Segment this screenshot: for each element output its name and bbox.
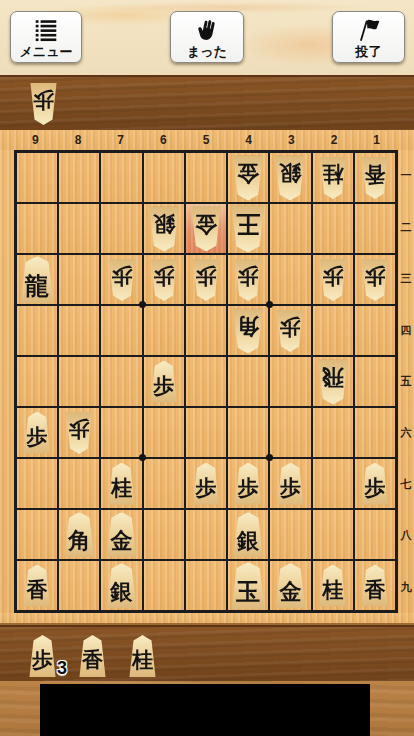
shogi-piece-gote[interactable]: 歩 — [276, 310, 305, 352]
shogi-piece-gote[interactable]: 歩 — [149, 259, 178, 301]
ad-banner[interactable] — [40, 684, 370, 736]
shogi-piece-sente[interactable]: 玉 — [230, 562, 267, 609]
piece-kanji: 香 — [82, 650, 103, 677]
board-square[interactable]: 金 — [101, 510, 141, 559]
board-square[interactable] — [313, 408, 353, 457]
file-label: 9 — [14, 130, 57, 150]
board-square[interactable] — [144, 510, 184, 559]
board-square[interactable]: 銀 — [270, 153, 310, 202]
bottom-wood-bar — [0, 681, 414, 736]
board-square[interactable]: 銀 — [101, 561, 141, 610]
board-square[interactable]: 桂 — [313, 153, 353, 202]
board-square[interactable]: 角 — [59, 510, 99, 559]
piece-kanji: 玉 — [236, 579, 260, 609]
board-square[interactable] — [355, 204, 395, 253]
hand-piece-sente[interactable]: 歩 — [28, 635, 57, 677]
top-button-bar: メニュー まった 投了 — [0, 0, 414, 75]
board-square[interactable] — [17, 306, 57, 355]
board-square[interactable] — [186, 510, 226, 559]
board-square[interactable] — [144, 561, 184, 610]
board-square[interactable] — [59, 153, 99, 202]
board-bottom-margin — [0, 613, 414, 625]
board-square[interactable] — [101, 153, 141, 202]
board-square[interactable]: 龍 — [17, 255, 57, 304]
shogi-piece-gote[interactable]: 歩 — [191, 259, 220, 301]
piece-kanji: 金 — [195, 206, 217, 234]
board-square[interactable] — [313, 459, 353, 508]
rank-label: 三 — [398, 253, 414, 304]
board-square[interactable] — [144, 459, 184, 508]
star-point — [139, 454, 146, 461]
rank-label: 四 — [398, 304, 414, 355]
piece-kanji: 銀 — [237, 529, 259, 557]
board-square[interactable]: 金 — [270, 561, 310, 610]
board-square[interactable] — [59, 561, 99, 610]
piece-kanji: 金 — [237, 155, 259, 183]
board-grid: 金銀桂香銀金王龍歩歩歩歩歩歩角歩歩飛歩歩桂歩歩歩歩角金銀香銀玉金桂香 — [14, 150, 398, 613]
shogi-piece-sente[interactable]: 香 — [23, 565, 52, 607]
board-square[interactable] — [186, 561, 226, 610]
shogi-piece-sente[interactable]: 香 — [360, 565, 389, 607]
shogi-piece-sente[interactable]: 金 — [274, 563, 307, 608]
board-square[interactable]: 王 — [228, 204, 268, 253]
piece-kanji: 金 — [111, 529, 133, 557]
piece-kanji: 香 — [364, 157, 385, 184]
shogi-piece-gote[interactable]: 角 — [232, 308, 265, 353]
board-square[interactable] — [228, 408, 268, 457]
hand-piece-sente[interactable]: 香 — [78, 635, 107, 677]
board-square[interactable]: 香 — [355, 561, 395, 610]
board-square[interactable] — [313, 204, 353, 253]
board-square[interactable]: 歩 — [144, 357, 184, 406]
board-square[interactable]: 歩 — [355, 459, 395, 508]
board-square[interactable]: 銀 — [228, 510, 268, 559]
board-square[interactable]: 香 — [355, 153, 395, 202]
piece-kanji: 銀 — [111, 580, 133, 608]
shogi-piece-sente[interactable]: 歩 — [191, 463, 220, 505]
rank-label: 一 — [398, 150, 414, 201]
piece-kanji: 歩 — [153, 259, 174, 286]
rank-label: 六 — [398, 407, 414, 458]
board-square[interactable] — [355, 510, 395, 559]
board-square[interactable] — [17, 510, 57, 559]
piece-kanji: 王 — [236, 205, 260, 235]
board-square[interactable]: 香 — [17, 561, 57, 610]
piece-kanji: 桂 — [322, 157, 343, 184]
board-square[interactable]: 歩 — [228, 459, 268, 508]
board-square[interactable] — [228, 357, 268, 406]
shogi-piece-sente[interactable]: 歩 — [23, 412, 52, 454]
board-square[interactable] — [59, 204, 99, 253]
file-label: 5 — [185, 130, 228, 150]
board-square[interactable]: 歩 — [186, 255, 226, 304]
file-label: 4 — [227, 130, 270, 150]
board-square[interactable]: 歩 — [313, 255, 353, 304]
shogi-piece-gote[interactable]: 歩 — [65, 412, 94, 454]
board-square[interactable] — [355, 357, 395, 406]
piece-kanji: 角 — [237, 308, 259, 336]
piece-kanji: 桂 — [132, 650, 153, 677]
board-square[interactable]: 歩 — [101, 255, 141, 304]
board-square[interactable] — [17, 204, 57, 253]
board-square[interactable]: 銀 — [144, 204, 184, 253]
file-label: 2 — [313, 130, 356, 150]
board-square[interactable]: 歩 — [144, 255, 184, 304]
board-square[interactable]: 金 — [186, 204, 226, 253]
hand-piece-slot[interactable]: 香 — [78, 635, 108, 675]
shogi-piece-gote[interactable]: 銀 — [274, 155, 307, 200]
board-square[interactable] — [17, 153, 57, 202]
piece-kanji: 歩 — [238, 259, 259, 286]
shogi-piece-gote[interactable]: 歩 — [318, 259, 347, 301]
shogi-piece-sente[interactable]: 歩 — [276, 463, 305, 505]
board-square[interactable] — [59, 357, 99, 406]
board-square[interactable] — [59, 459, 99, 508]
hand-piece-count: 3 — [57, 658, 67, 679]
hand-piece-slot[interactable]: 桂 — [128, 635, 158, 675]
resign-button-label: 投了 — [356, 44, 382, 59]
rank-label: 五 — [398, 356, 414, 407]
piece-kanji: 歩 — [69, 412, 90, 439]
piece-kanji: 飛 — [322, 359, 344, 387]
piece-kanji: 歩 — [195, 259, 216, 286]
piece-kanji: 歩 — [32, 650, 53, 677]
piece-kanji: 歩 — [238, 478, 259, 505]
board-square[interactable]: 金 — [228, 153, 268, 202]
star-point — [139, 301, 146, 308]
shogi-app: メニュー まった 投了 歩 987654321 金銀桂 — [0, 0, 414, 736]
shogi-piece-gote[interactable]: 桂 — [318, 157, 347, 199]
shogi-piece-gote[interactable]: 金 — [232, 155, 265, 200]
menu-button[interactable]: メニュー — [10, 11, 82, 63]
shogi-piece-gote[interactable]: 歩 — [107, 259, 136, 301]
hand-piece-gote[interactable]: 歩 — [29, 83, 58, 125]
board-square[interactable] — [270, 408, 310, 457]
board-square[interactable] — [313, 306, 353, 355]
board-square[interactable] — [270, 510, 310, 559]
board-square[interactable]: 角 — [228, 306, 268, 355]
board-square[interactable]: 歩 — [270, 459, 310, 508]
board-square[interactable] — [186, 357, 226, 406]
file-label: 7 — [99, 130, 142, 150]
board-square[interactable] — [355, 306, 395, 355]
piece-kanji: 歩 — [280, 478, 301, 505]
board-square[interactable]: 桂 — [313, 561, 353, 610]
board-square[interactable] — [144, 408, 184, 457]
board-square[interactable] — [17, 459, 57, 508]
piece-kanji: 香 — [27, 580, 48, 607]
piece-kanji: 角 — [68, 529, 90, 557]
board-square[interactable] — [144, 306, 184, 355]
piece-kanji: 桂 — [111, 478, 132, 505]
board-square[interactable] — [186, 306, 226, 355]
file-label: 1 — [355, 130, 398, 150]
shogi-piece-gote[interactable]: 銀 — [147, 206, 180, 251]
shogi-piece-sente[interactable]: 歩 — [360, 463, 389, 505]
piece-kanji: 桂 — [322, 580, 343, 607]
board-square[interactable] — [59, 306, 99, 355]
hand-piece-slot[interactable]: 歩3 — [28, 635, 58, 675]
shogi-piece-gote[interactable]: 香 — [360, 157, 389, 199]
star-point — [266, 301, 273, 308]
board-square[interactable] — [270, 255, 310, 304]
board-square[interactable] — [17, 357, 57, 406]
board-square[interactable] — [186, 153, 226, 202]
file-labels: 987654321 — [0, 130, 414, 150]
takeback-button-label: まった — [187, 44, 227, 59]
hand-piece-sente[interactable]: 桂 — [128, 635, 157, 677]
hand-icon — [195, 16, 219, 44]
board-square[interactable] — [101, 357, 141, 406]
flag-icon — [356, 16, 382, 44]
board-square[interactable] — [59, 255, 99, 304]
board-square[interactable]: 桂 — [101, 459, 141, 508]
shogi-piece-sente[interactable]: 金 — [105, 512, 138, 557]
board-square[interactable]: 歩 — [59, 408, 99, 457]
shogi-piece-sente[interactable]: 桂 — [318, 565, 347, 607]
piece-kanji: 歩 — [195, 478, 216, 505]
gote-hand-tray: 歩 — [0, 75, 414, 132]
shogi-piece-sente[interactable]: 桂 — [107, 463, 136, 505]
board-square[interactable] — [101, 306, 141, 355]
board-square[interactable]: 飛 — [313, 357, 353, 406]
shogi-piece-sente[interactable]: 銀 — [105, 563, 138, 608]
piece-kanji: 歩 — [322, 259, 343, 286]
shogi-piece-gote[interactable]: 金 — [189, 206, 222, 251]
shogi-piece-sente[interactable]: 銀 — [232, 512, 265, 557]
file-label: 3 — [270, 130, 313, 150]
board-zone: 金銀桂香銀金王龍歩歩歩歩歩歩角歩歩飛歩歩桂歩歩歩歩角金銀香銀玉金桂香 一二三四五… — [0, 150, 414, 613]
board-square[interactable]: 歩 — [355, 255, 395, 304]
rank-labels: 一二三四五六七八九 — [398, 150, 414, 613]
rank-label: 九 — [398, 562, 414, 613]
board-square[interactable]: 歩 — [17, 408, 57, 457]
rank-label: 二 — [398, 201, 414, 252]
shogi-piece-gote[interactable]: 飛 — [316, 359, 349, 404]
shogi-piece-gote[interactable]: 王 — [230, 205, 267, 252]
file-label: 8 — [57, 130, 100, 150]
piece-kanji: 歩 — [111, 259, 132, 286]
star-point — [266, 454, 273, 461]
resign-button[interactable]: 投了 — [332, 11, 405, 63]
shogi-piece-sente[interactable]: 角 — [63, 512, 96, 557]
rank-label: 八 — [398, 510, 414, 561]
shogi-piece-sente[interactable]: 歩 — [149, 361, 178, 403]
rank-label: 七 — [398, 459, 414, 510]
piece-kanji: 銀 — [279, 155, 301, 183]
board-square[interactable]: 歩 — [270, 306, 310, 355]
board-square[interactable] — [144, 153, 184, 202]
shogi-piece-gote[interactable]: 歩 — [234, 259, 263, 301]
board-square[interactable] — [186, 408, 226, 457]
shogi-piece-sente[interactable]: 龍 — [19, 256, 56, 303]
board-square[interactable] — [355, 408, 395, 457]
board-square[interactable] — [313, 510, 353, 559]
piece-kanji: 龍 — [25, 273, 49, 303]
file-label: 6 — [142, 130, 185, 150]
piece-kanji: 香 — [364, 580, 385, 607]
board-square[interactable]: 歩 — [228, 255, 268, 304]
shogi-piece-gote[interactable]: 歩 — [360, 259, 389, 301]
menu-list-icon — [33, 16, 59, 44]
piece-kanji: 歩 — [153, 376, 174, 403]
board-square[interactable]: 玉 — [228, 561, 268, 610]
piece-kanji: 歩 — [27, 427, 48, 454]
board-square[interactable] — [101, 204, 141, 253]
shogi-piece-sente[interactable]: 歩 — [234, 463, 263, 505]
piece-kanji: 歩 — [364, 478, 385, 505]
piece-kanji: 歩 — [33, 83, 54, 110]
piece-kanji: 金 — [279, 580, 301, 608]
board-square[interactable]: 歩 — [186, 459, 226, 508]
menu-button-label: メニュー — [20, 44, 73, 59]
board-square[interactable] — [270, 204, 310, 253]
hand-piece-slot[interactable]: 歩 — [28, 85, 58, 125]
board-square[interactable] — [101, 408, 141, 457]
board-square[interactable] — [270, 357, 310, 406]
sente-hand-tray: 歩3香桂 — [0, 625, 414, 683]
piece-kanji: 歩 — [280, 310, 301, 337]
takeback-button[interactable]: まった — [170, 11, 244, 63]
piece-kanji: 歩 — [364, 259, 385, 286]
piece-kanji: 銀 — [153, 206, 175, 234]
